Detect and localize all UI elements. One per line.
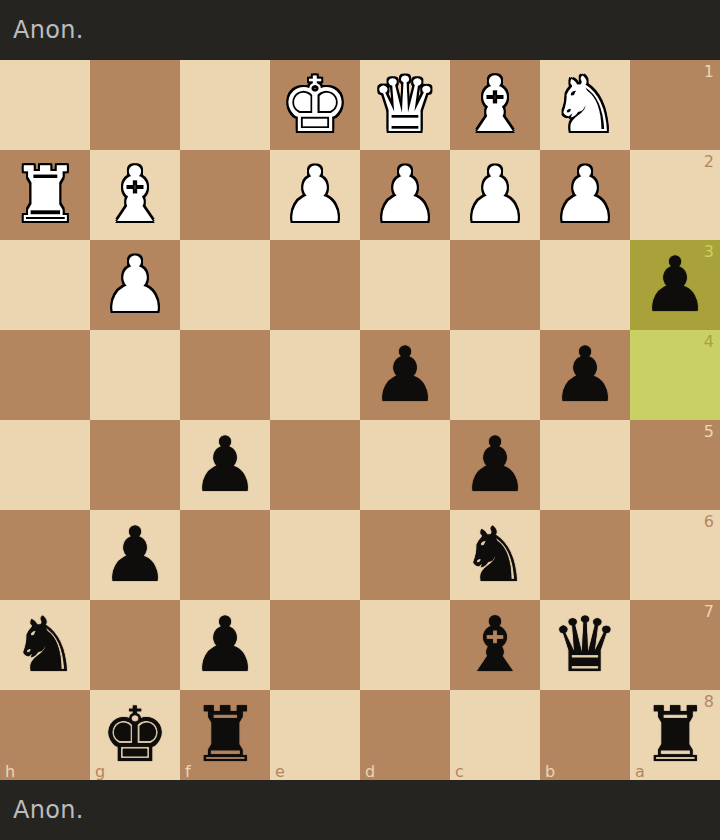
- file-label-d: d: [365, 762, 375, 781]
- square-h7[interactable]: ♞: [0, 600, 90, 690]
- square-c5[interactable]: ♟: [450, 420, 540, 510]
- square-e8[interactable]: e: [270, 690, 360, 780]
- square-a7[interactable]: 7: [630, 600, 720, 690]
- square-a6[interactable]: 6: [630, 510, 720, 600]
- square-e5[interactable]: [270, 420, 360, 510]
- square-e7[interactable]: [270, 600, 360, 690]
- white-pawn[interactable]: ♟: [90, 240, 180, 330]
- square-b1[interactable]: ♞: [540, 60, 630, 150]
- square-f3[interactable]: [180, 240, 270, 330]
- square-g5[interactable]: [90, 420, 180, 510]
- square-h4[interactable]: [0, 330, 90, 420]
- white-king[interactable]: ♚: [270, 60, 360, 150]
- white-rook[interactable]: ♜: [0, 150, 90, 240]
- square-g1[interactable]: [90, 60, 180, 150]
- square-a3[interactable]: ♟3: [630, 240, 720, 330]
- square-d8[interactable]: d: [360, 690, 450, 780]
- square-f6[interactable]: [180, 510, 270, 600]
- square-c6[interactable]: ♞: [450, 510, 540, 600]
- square-g8[interactable]: ♚g: [90, 690, 180, 780]
- square-a1[interactable]: 1: [630, 60, 720, 150]
- square-d3[interactable]: [360, 240, 450, 330]
- white-pawn[interactable]: ♟: [450, 150, 540, 240]
- square-e6[interactable]: [270, 510, 360, 600]
- square-b4[interactable]: ♟: [540, 330, 630, 420]
- square-h3[interactable]: [0, 240, 90, 330]
- square-d2[interactable]: ♟: [360, 150, 450, 240]
- square-d4[interactable]: ♟: [360, 330, 450, 420]
- square-a2[interactable]: 2: [630, 150, 720, 240]
- square-g4[interactable]: [90, 330, 180, 420]
- file-label-h: h: [5, 762, 15, 781]
- chess-board: ♚♛♝♞1♜♝♟♟♟♟2♟♟3♟♟4♟♟5♟♞6♞♟♝♛7h♚g♜fedcb♜8…: [0, 60, 720, 780]
- rank-label-7: 7: [704, 602, 714, 621]
- square-e3[interactable]: [270, 240, 360, 330]
- square-a5[interactable]: 5: [630, 420, 720, 510]
- square-f7[interactable]: ♟: [180, 600, 270, 690]
- square-f8[interactable]: ♜f: [180, 690, 270, 780]
- square-b7[interactable]: ♛: [540, 600, 630, 690]
- square-b8[interactable]: b: [540, 690, 630, 780]
- rank-label-4: 4: [704, 332, 714, 351]
- white-pawn[interactable]: ♟: [360, 150, 450, 240]
- black-rook[interactable]: ♜: [630, 690, 720, 780]
- square-h5[interactable]: [0, 420, 90, 510]
- rank-label-5: 5: [704, 422, 714, 441]
- white-queen[interactable]: ♛: [360, 60, 450, 150]
- square-c1[interactable]: ♝: [450, 60, 540, 150]
- file-label-c: c: [455, 762, 464, 781]
- black-pawn[interactable]: ♟: [630, 240, 720, 330]
- square-e2[interactable]: ♟: [270, 150, 360, 240]
- square-d6[interactable]: [360, 510, 450, 600]
- square-e1[interactable]: ♚: [270, 60, 360, 150]
- black-pawn[interactable]: ♟: [450, 420, 540, 510]
- square-b3[interactable]: [540, 240, 630, 330]
- rank-label-2: 2: [704, 152, 714, 171]
- square-f5[interactable]: ♟: [180, 420, 270, 510]
- top-player-bar: Anon.: [0, 0, 720, 60]
- square-h1[interactable]: [0, 60, 90, 150]
- square-e4[interactable]: [270, 330, 360, 420]
- file-label-e: e: [275, 762, 285, 781]
- black-bishop[interactable]: ♝: [450, 600, 540, 690]
- square-a8[interactable]: ♜8a: [630, 690, 720, 780]
- square-f4[interactable]: [180, 330, 270, 420]
- black-knight[interactable]: ♞: [450, 510, 540, 600]
- white-knight[interactable]: ♞: [540, 60, 630, 150]
- black-queen[interactable]: ♛: [540, 600, 630, 690]
- square-h8[interactable]: h: [0, 690, 90, 780]
- black-pawn[interactable]: ♟: [540, 330, 630, 420]
- square-d7[interactable]: [360, 600, 450, 690]
- white-bishop[interactable]: ♝: [90, 150, 180, 240]
- black-king[interactable]: ♚: [90, 690, 180, 780]
- square-g2[interactable]: ♝: [90, 150, 180, 240]
- bottom-player-name: Anon.: [0, 796, 84, 824]
- black-pawn[interactable]: ♟: [180, 600, 270, 690]
- square-d1[interactable]: ♛: [360, 60, 450, 150]
- black-pawn[interactable]: ♟: [360, 330, 450, 420]
- square-f1[interactable]: [180, 60, 270, 150]
- top-player-name: Anon.: [0, 16, 84, 44]
- square-b5[interactable]: [540, 420, 630, 510]
- square-d5[interactable]: [360, 420, 450, 510]
- rank-label-1: 1: [704, 62, 714, 81]
- white-bishop[interactable]: ♝: [450, 60, 540, 150]
- square-c7[interactable]: ♝: [450, 600, 540, 690]
- square-g3[interactable]: ♟: [90, 240, 180, 330]
- bottom-player-bar: Anon.: [0, 780, 720, 840]
- square-f2[interactable]: [180, 150, 270, 240]
- square-h2[interactable]: ♜: [0, 150, 90, 240]
- square-c8[interactable]: c: [450, 690, 540, 780]
- square-c4[interactable]: [450, 330, 540, 420]
- file-label-b: b: [545, 762, 555, 781]
- square-c2[interactable]: ♟: [450, 150, 540, 240]
- black-knight[interactable]: ♞: [0, 600, 90, 690]
- square-h6[interactable]: [0, 510, 90, 600]
- square-b6[interactable]: [540, 510, 630, 600]
- square-b2[interactable]: ♟: [540, 150, 630, 240]
- square-c3[interactable]: [450, 240, 540, 330]
- square-g7[interactable]: [90, 600, 180, 690]
- square-g6[interactable]: ♟: [90, 510, 180, 600]
- square-a4[interactable]: 4: [630, 330, 720, 420]
- white-pawn[interactable]: ♟: [540, 150, 630, 240]
- white-pawn[interactable]: ♟: [270, 150, 360, 240]
- black-pawn[interactable]: ♟: [90, 510, 180, 600]
- black-rook[interactable]: ♜: [180, 690, 270, 780]
- black-pawn[interactable]: ♟: [180, 420, 270, 510]
- rank-label-6: 6: [704, 512, 714, 531]
